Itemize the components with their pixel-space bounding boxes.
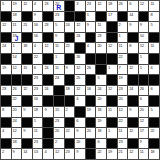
cell-r7c5[interactable]: 24: [43, 65, 53, 75]
cell-number: 12: [2, 22, 6, 27]
cell-r3c15[interactable]: 5: [149, 22, 159, 32]
cell-number: 5: [97, 75, 99, 80]
cell-number: 20: [55, 128, 59, 133]
cell-number: 11: [55, 65, 59, 70]
cell-r15c5[interactable]: 4: [43, 149, 53, 159]
cell-r11c3[interactable]: 9: [22, 107, 32, 117]
black-cell-r10c5: [43, 96, 53, 106]
cell-r14c2[interactable]: 18: [12, 139, 22, 149]
black-cell-r14c1: [1, 139, 11, 149]
cell-r15c8[interactable]: 9: [75, 149, 85, 159]
cell-r11c14[interactable]: 20: [139, 107, 149, 117]
cell-number: 21: [119, 149, 123, 154]
cell-r9c4[interactable]: 23: [33, 86, 43, 96]
cell-r15c12[interactable]: 21: [118, 149, 128, 159]
cell-r7c13[interactable]: 12: [128, 65, 138, 75]
cell-number: 10: [140, 33, 144, 38]
cell-number: 24: [44, 65, 48, 70]
cell-r13c9[interactable]: 20: [86, 128, 96, 138]
cell-r2c15[interactable]: 8: [149, 12, 159, 22]
cell-number: 23: [97, 33, 101, 38]
black-cell-r8c3: [22, 75, 32, 85]
cell-r13c3[interactable]: 9: [22, 128, 32, 138]
cell-r13c2[interactable]: 12: [12, 128, 22, 138]
cell-r10c2[interactable]: 22: [12, 96, 22, 106]
cell-number: 26: [13, 86, 17, 91]
cell-r9c1[interactable]: 23: [1, 86, 11, 96]
cell-number: 23: [66, 149, 70, 154]
cell-r14c4[interactable]: 23: [33, 139, 43, 149]
black-cell-r8c1: [1, 75, 11, 85]
black-cell-r8c2: [12, 75, 22, 85]
cell-number: 22: [66, 43, 70, 48]
cell-r7c12[interactable]: 7: [118, 65, 128, 75]
cell-r15c3[interactable]: 14: [22, 149, 32, 159]
cell-r11c10[interactable]: 18: [96, 107, 106, 117]
cell-number: 1: [55, 54, 57, 59]
cell-number: 11: [34, 128, 38, 133]
cell-number: 9: [76, 149, 78, 154]
cell-r8c8[interactable]: 25: [75, 75, 85, 85]
cell-number: 24: [129, 86, 133, 91]
cell-r9c5[interactable]: 24: [43, 86, 53, 96]
cell-number: 20: [140, 107, 144, 112]
cell-r9c11[interactable]: 12: [107, 86, 117, 96]
cell-r5c13[interactable]: 8: [128, 43, 138, 53]
cell-number: 23: [44, 1, 48, 6]
black-cell-r10c6: [54, 96, 64, 106]
cell-r1c11[interactable]: 18: [107, 1, 117, 11]
cell-r7c3[interactable]: 15: [22, 65, 32, 75]
cell-number: 20: [97, 43, 101, 48]
black-cell-r6c10: [96, 54, 106, 64]
cell-r5c3[interactable]: 18: [22, 43, 32, 53]
cell-number: 18: [66, 86, 70, 91]
given-letter: R: [54, 4, 64, 11]
black-cell-r10c7: [65, 96, 75, 106]
cell-number: 23: [119, 139, 123, 144]
cell-number: 4: [76, 96, 78, 101]
cell-number: 4: [34, 1, 36, 6]
cell-r9c3[interactable]: 12: [22, 86, 32, 96]
cell-r10c14[interactable]: 6: [139, 96, 149, 106]
cell-r15c6[interactable]: 12: [54, 149, 64, 159]
cell-r4c6[interactable]: 9: [54, 33, 64, 43]
cell-r9c9[interactable]: 16: [86, 86, 96, 96]
cell-r6c2[interactable]: 14: [12, 54, 22, 64]
black-cell-r14c3: [22, 139, 32, 149]
cell-number: 1: [87, 12, 89, 17]
cell-number: 1: [13, 43, 15, 48]
cell-r3c13[interactable]: 9: [128, 22, 138, 32]
cell-number: 12: [23, 1, 27, 6]
black-cell-r8c15: [149, 75, 159, 85]
cell-r3c1[interactable]: 12: [1, 22, 11, 32]
cell-r14c8[interactable]: 20: [75, 139, 85, 149]
cell-number: 24: [44, 86, 48, 91]
cell-r3c14[interactable]: 9: [139, 22, 149, 32]
cell-number: 18: [97, 107, 101, 112]
cell-r5c7[interactable]: 22: [65, 43, 75, 53]
black-cell-r14c15: [149, 139, 159, 149]
cell-r12c2[interactable]: 24: [12, 118, 22, 128]
cell-r9c15[interactable]: 6: [149, 86, 159, 96]
cell-r13c12[interactable]: 11: [118, 128, 128, 138]
black-cell-r2c3: [22, 12, 32, 22]
cell-number: 24: [13, 118, 17, 123]
cell-r11c1[interactable]: 8: [1, 107, 11, 117]
cell-r1c12[interactable]: 26: [118, 1, 128, 11]
cell-r3c7[interactable]: 24: [65, 22, 75, 32]
cell-number: 6: [150, 86, 152, 91]
cell-r9c12[interactable]: 23: [118, 86, 128, 96]
cell-number: 12: [23, 86, 27, 91]
cell-r15c10[interactable]: 22: [96, 149, 106, 159]
cell-r4c2[interactable]: 19J: [12, 33, 22, 43]
black-cell-r8c7: [65, 75, 75, 85]
cell-number: 5: [55, 22, 57, 27]
cell-r14c12[interactable]: 23: [118, 139, 128, 149]
black-cell-r10c13: [128, 96, 138, 106]
cell-number: 20: [13, 107, 17, 112]
cell-r11c6[interactable]: 15: [54, 107, 64, 117]
black-cell-r14c11: [107, 139, 117, 149]
black-cell-r12c9: [86, 118, 96, 128]
cell-r8c10[interactable]: 5: [96, 75, 106, 85]
cell-r12c10[interactable]: 19: [96, 118, 106, 128]
cell-r13c1[interactable]: 4: [1, 128, 11, 138]
cell-r1c4[interactable]: 4: [33, 1, 43, 11]
cell-r2c9[interactable]: 1: [86, 12, 96, 22]
cell-r12c4[interactable]: 1: [33, 118, 43, 128]
cell-r5c11[interactable]: 12: [107, 43, 117, 53]
cell-r2c13[interactable]: 14: [128, 12, 138, 22]
cell-number: 6: [129, 1, 131, 6]
cell-r15c13[interactable]: 12: [128, 149, 138, 159]
cell-r3c10[interactable]: 11: [96, 22, 106, 32]
cell-number: 24: [76, 33, 80, 38]
cell-number: 8: [150, 12, 152, 17]
cell-r4c4[interactable]: 16: [33, 33, 43, 43]
cell-number: 9: [13, 149, 15, 154]
cell-r2c2[interactable]: 18: [12, 12, 22, 22]
cell-r13c10[interactable]: 18: [96, 128, 106, 138]
cell-r9c2[interactable]: 26: [12, 86, 22, 96]
cell-number: 7: [119, 65, 121, 70]
cell-number: 21: [23, 22, 27, 27]
cell-number: 2: [2, 149, 4, 154]
cell-r1c15[interactable]: 11: [149, 1, 159, 11]
cell-r8c6[interactable]: 24: [54, 75, 64, 85]
cell-number: 23: [55, 118, 59, 123]
cell-number: 4: [34, 43, 36, 48]
cell-r13c4[interactable]: 11: [33, 128, 43, 138]
cell-number: 1: [119, 33, 121, 38]
cell-r11c4[interactable]: 18: [33, 107, 43, 117]
cell-number: 19: [2, 65, 6, 70]
cell-number: 16: [34, 22, 38, 27]
cell-r7c15[interactable]: 6: [149, 65, 159, 75]
cell-r1c8[interactable]: 3: [75, 1, 85, 11]
black-cell-r15c9: [86, 149, 96, 159]
cell-r12c6[interactable]: 23: [54, 118, 64, 128]
cell-r11c11[interactable]: 11: [107, 107, 117, 117]
cell-r13c15[interactable]: 22: [149, 128, 159, 138]
cell-number: 9: [44, 107, 46, 112]
cell-r13c8[interactable]: 9: [75, 128, 85, 138]
cell-r7c4[interactable]: 6: [33, 65, 43, 75]
black-cell-r6c1: [1, 54, 11, 64]
cell-r8c4[interactable]: 23: [33, 75, 43, 85]
black-cell-r10c15: [149, 96, 159, 106]
cell-number: 2: [55, 139, 57, 144]
cell-number: 6: [76, 118, 78, 123]
cell-number: 1: [34, 118, 36, 123]
black-cell-r12c11: [107, 118, 117, 128]
cell-number: 14: [13, 54, 17, 59]
cell-r5c2[interactable]: 1: [12, 43, 22, 53]
cell-number: 9: [76, 128, 78, 133]
cell-r4c14[interactable]: 10: [139, 33, 149, 43]
black-cell-r12c5: [43, 118, 53, 128]
black-cell-r2c5: [43, 12, 53, 22]
cell-r10c8[interactable]: 4: [75, 96, 85, 106]
cell-number: 22: [66, 128, 70, 133]
cell-r13c6[interactable]: 20: [54, 128, 64, 138]
cell-r4c10[interactable]: 23: [96, 33, 106, 43]
cell-number: 15: [55, 107, 59, 112]
cell-number: 9: [87, 22, 89, 27]
cell-r5c5[interactable]: 12: [43, 43, 53, 53]
cell-number: 26: [87, 65, 91, 70]
cell-r6c14[interactable]: 1: [139, 54, 149, 64]
cell-r4c12[interactable]: 1: [118, 33, 128, 43]
cell-r6c4[interactable]: 22: [33, 54, 43, 64]
black-cell-r10c9: [86, 96, 96, 106]
cell-r3c12[interactable]: 2: [118, 22, 128, 32]
cell-number: 2: [66, 107, 68, 112]
cell-number: 12: [44, 43, 48, 48]
cell-r14c6[interactable]: 2: [54, 139, 64, 149]
cell-r4c8[interactable]: 24: [75, 33, 85, 43]
cell-r1c10[interactable]: 12: [96, 1, 106, 11]
cell-r13c13[interactable]: 12: [128, 128, 138, 138]
cell-r2c6[interactable]: 23: [54, 12, 64, 22]
black-cell-r8c11: [107, 75, 117, 85]
cell-r7c7[interactable]: 9: [65, 65, 75, 75]
cell-number: 24: [2, 43, 6, 48]
cell-number: 2: [119, 22, 121, 27]
cell-number: 6: [97, 139, 99, 144]
cell-number: 18: [23, 43, 27, 48]
cell-number: 13: [34, 149, 38, 154]
cell-number: 22: [119, 54, 123, 59]
cell-r5c14[interactable]: 12: [139, 43, 149, 53]
cell-number: 17: [140, 128, 144, 133]
black-cell-r6c3: [22, 54, 32, 64]
black-cell-r6c15: [149, 54, 159, 64]
cell-r11c5[interactable]: 9: [43, 107, 53, 117]
cell-r8c12[interactable]: 19: [118, 75, 128, 85]
cell-r3c8[interactable]: 12: [75, 22, 85, 32]
cell-number: 19: [108, 149, 112, 154]
cell-r11c13[interactable]: 9: [128, 107, 138, 117]
cell-r3c9[interactable]: 9: [86, 22, 96, 32]
black-cell-r4c5: [43, 33, 53, 43]
cell-r3c2[interactable]: 11: [12, 22, 22, 32]
cell-r2c11[interactable]: 17: [107, 12, 117, 22]
cell-number: 12: [13, 65, 17, 70]
cell-r15c14[interactable]: 11: [139, 149, 149, 159]
cell-r15c11[interactable]: 19: [107, 149, 117, 159]
cell-r11c9[interactable]: 19: [86, 107, 96, 117]
black-cell-r2c14: [139, 12, 149, 22]
black-cell-r2c7: [65, 12, 75, 22]
black-cell-r6c9: [86, 54, 96, 64]
cell-number: 11: [13, 22, 17, 27]
black-cell-r2c10: [96, 12, 106, 22]
black-cell-r2c12: [118, 12, 128, 22]
cell-number: 23: [55, 12, 59, 17]
cell-r11c15[interactable]: 5: [149, 107, 159, 117]
black-cell-r6c7: [65, 54, 75, 64]
black-cell-r4c3: [22, 33, 32, 43]
cell-r10c10[interactable]: 20: [96, 96, 106, 106]
black-cell-r6c13: [128, 54, 138, 64]
cell-r1c14[interactable]: 12: [139, 1, 149, 11]
cell-r14c10[interactable]: 6: [96, 139, 106, 149]
cell-r7c9[interactable]: 26: [86, 65, 96, 75]
cell-r15c1[interactable]: 2: [1, 149, 11, 159]
cell-number: 8: [129, 43, 131, 48]
cell-r9c10[interactable]: 24: [96, 86, 106, 96]
cell-r3c5[interactable]: 23: [43, 22, 53, 32]
cell-number: 15: [23, 65, 27, 70]
cell-r6c12[interactable]: 22: [118, 54, 128, 64]
cell-r5c9[interactable]: 4: [86, 43, 96, 53]
cell-r12c12[interactable]: 22: [118, 118, 128, 128]
black-cell-r10c1: [1, 96, 11, 106]
cell-number: 19: [87, 107, 91, 112]
cell-number: 11: [150, 43, 154, 48]
cell-r1c1[interactable]: 5: [1, 1, 11, 11]
cell-r7c2[interactable]: 12: [12, 65, 22, 75]
cell-r5c15[interactable]: 11: [149, 43, 159, 53]
cell-r13c7[interactable]: 22: [65, 128, 75, 138]
cell-number: 12: [140, 118, 144, 123]
black-cell-r12c7: [65, 118, 75, 128]
cell-r1c5[interactable]: 23: [43, 1, 53, 11]
cell-number: 24: [66, 22, 70, 27]
cell-number: 11: [150, 1, 154, 6]
black-cell-r8c13: [128, 75, 138, 85]
cell-r5c4[interactable]: 4: [33, 43, 43, 53]
cell-r1c2[interactable]: 19: [12, 1, 22, 11]
cell-r1c3[interactable]: 12: [22, 1, 32, 11]
black-cell-r1c7: [65, 1, 75, 11]
cell-r11c2[interactable]: 20: [12, 107, 22, 117]
cell-r9c8[interactable]: 12: [75, 86, 85, 96]
cell-number: 19: [13, 1, 17, 6]
cell-r14c14[interactable]: 9: [139, 139, 149, 149]
cell-r12c14[interactable]: 12: [139, 118, 149, 128]
cell-number: 5: [150, 107, 152, 112]
cell-number: 12: [108, 86, 112, 91]
cell-r11c7[interactable]: 2: [65, 107, 75, 117]
cell-r3c3[interactable]: 21: [22, 22, 32, 32]
cell-number: 23: [2, 86, 6, 91]
cell-r6c8[interactable]: 26: [75, 54, 85, 64]
cell-r7c1[interactable]: 19: [1, 65, 11, 75]
black-cell-r10c11: [107, 96, 117, 106]
cell-number: 12: [76, 86, 80, 91]
cell-r10c4[interactable]: 16: [33, 96, 43, 106]
cell-number: 1: [140, 65, 142, 70]
black-cell-r4c15: [149, 33, 159, 43]
cell-number: 11: [119, 43, 123, 48]
black-cell-r7c10: [96, 65, 106, 75]
cell-r1c6[interactable]: 20R: [54, 1, 64, 11]
cell-number: 9: [23, 128, 25, 133]
cell-r6c6[interactable]: 1: [54, 54, 64, 64]
cell-r13c11[interactable]: 1: [107, 128, 117, 138]
cell-r5c12[interactable]: 11: [118, 43, 128, 53]
cell-number: 8: [2, 107, 4, 112]
cell-number: 12: [76, 65, 80, 70]
cell-r2c4[interactable]: 9: [33, 12, 43, 22]
black-cell-r11c8: [75, 107, 85, 117]
cell-number: 6: [140, 96, 142, 101]
cell-r15c7[interactable]: 23: [65, 149, 75, 159]
cell-r3c6[interactable]: 5: [54, 22, 64, 32]
cell-number: 25: [76, 75, 80, 80]
cell-r9c13[interactable]: 24: [128, 86, 138, 96]
cell-number: 20: [87, 128, 91, 133]
cell-r3c4[interactable]: 16: [33, 22, 43, 32]
cell-r13c14[interactable]: 17: [139, 128, 149, 138]
cell-r7c6[interactable]: 11: [54, 65, 64, 75]
cell-number: 22: [150, 128, 154, 133]
black-cell-r10c3: [22, 96, 32, 106]
cell-r5c6[interactable]: 11: [54, 43, 64, 53]
cell-r15c15[interactable]: 18: [149, 149, 159, 159]
cell-r7c11[interactable]: 1: [107, 65, 117, 75]
cell-number: 14: [129, 12, 133, 17]
cell-r1c9[interactable]: 23: [86, 1, 96, 11]
cell-r7c14[interactable]: 1: [139, 65, 149, 75]
cell-r15c4[interactable]: 13: [33, 149, 43, 159]
cell-r5c1[interactable]: 24: [1, 43, 11, 53]
cell-r5c10[interactable]: 20: [96, 43, 106, 53]
cell-r11c12[interactable]: 12: [118, 107, 128, 117]
cell-number: 23: [34, 139, 38, 144]
cell-number: 5: [2, 1, 4, 6]
cell-r15c2[interactable]: 9: [12, 149, 22, 159]
black-cell-r13c5: [43, 128, 53, 138]
cell-r1c13[interactable]: 6: [128, 1, 138, 11]
cell-r9c14[interactable]: 26: [139, 86, 149, 96]
cell-r9c7[interactable]: 18: [65, 86, 75, 96]
black-cell-r12c15: [149, 118, 159, 128]
cell-number: 12: [140, 1, 144, 6]
black-cell-r8c9: [86, 75, 96, 85]
cell-r10c12[interactable]: 20: [118, 96, 128, 106]
cell-r7c8[interactable]: 12: [75, 65, 85, 75]
cell-number: 9: [129, 107, 131, 112]
black-cell-r6c11: [107, 54, 117, 64]
cell-number: 9: [55, 33, 57, 38]
cell-r12c8[interactable]: 6: [75, 118, 85, 128]
